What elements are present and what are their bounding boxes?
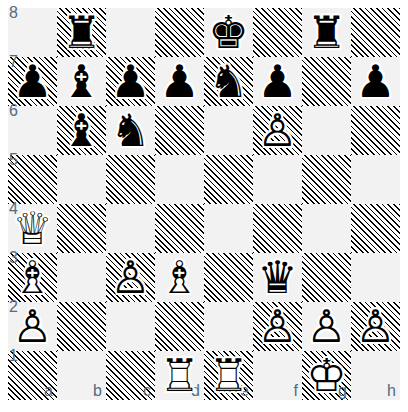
piece-black-bishop-b7: ♝♝: [57, 57, 106, 106]
piece-black-knight-c6: ♞♞: [106, 106, 155, 155]
square-g5[interactable]: [302, 155, 351, 204]
piece-white-bishop-a3: ♝♗: [8, 253, 57, 302]
square-g1[interactable]: ♚♔: [302, 351, 351, 400]
square-e1[interactable]: ♜♖: [204, 351, 253, 400]
piece-white-pawn-a2: ♙♙: [8, 302, 57, 351]
piece-glyph: ♜: [302, 8, 351, 57]
piece-black-pawn-h7: ♟♟: [351, 57, 400, 106]
square-c8[interactable]: [106, 8, 155, 57]
piece-black-rook-g8: ♜♜: [302, 8, 351, 57]
piece-halo: ♜: [155, 351, 204, 400]
square-g4[interactable]: [302, 204, 351, 253]
square-f4[interactable]: [253, 204, 302, 253]
square-g7[interactable]: [302, 57, 351, 106]
square-e5[interactable]: [204, 155, 253, 204]
piece-black-bishop-b6: ♝♝: [57, 106, 106, 155]
square-a3[interactable]: ♝♗: [8, 253, 57, 302]
piece-white-pawn-f2: ♙♙: [253, 302, 302, 351]
piece-glyph: ♙: [351, 302, 400, 351]
square-a2[interactable]: ♙♙: [8, 302, 57, 351]
square-b3[interactable]: [57, 253, 106, 302]
piece-halo: ♜: [302, 8, 351, 57]
square-g6[interactable]: [302, 106, 351, 155]
piece-glyph: ♟: [253, 57, 302, 106]
square-d7[interactable]: ♟♟: [155, 57, 204, 106]
square-f2[interactable]: ♙♙: [253, 302, 302, 351]
piece-halo: ♚: [302, 351, 351, 400]
square-d5[interactable]: [155, 155, 204, 204]
rank-label-8: 8: [9, 5, 18, 21]
square-e4[interactable]: [204, 204, 253, 253]
piece-white-king-g1: ♚♔: [302, 351, 351, 400]
piece-halo: ♛: [8, 204, 57, 253]
square-d4[interactable]: [155, 204, 204, 253]
piece-glyph: ♙: [253, 302, 302, 351]
piece-halo: ♞: [106, 106, 155, 155]
piece-halo: ♟: [8, 57, 57, 106]
square-e6[interactable]: [204, 106, 253, 155]
piece-halo: ♙: [302, 302, 351, 351]
square-c3[interactable]: ♙♙: [106, 253, 155, 302]
square-b6[interactable]: ♝♝: [57, 106, 106, 155]
piece-white-pawn-c3: ♙♙: [106, 253, 155, 302]
square-c4[interactable]: [106, 204, 155, 253]
piece-halo: ♟: [106, 57, 155, 106]
piece-halo: ♙: [106, 253, 155, 302]
square-h6[interactable]: [351, 106, 400, 155]
piece-glyph: ♖: [155, 351, 204, 400]
square-g8[interactable]: ♜♜: [302, 8, 351, 57]
piece-halo: ♛: [253, 253, 302, 302]
piece-halo: ♞: [204, 57, 253, 106]
square-b8[interactable]: ♜♜: [57, 8, 106, 57]
square-b2[interactable]: [57, 302, 106, 351]
square-d2[interactable]: [155, 302, 204, 351]
file-label-h: h: [351, 383, 396, 399]
square-d8[interactable]: [155, 8, 204, 57]
piece-glyph: ♕: [8, 204, 57, 253]
piece-white-rook-d1: ♜♖: [155, 351, 204, 400]
square-b5[interactable]: [57, 155, 106, 204]
piece-black-pawn-c7: ♟♟: [106, 57, 155, 106]
piece-white-rook-e1: ♜♖: [204, 351, 253, 400]
square-h3[interactable]: [351, 253, 400, 302]
piece-halo: ♜: [57, 8, 106, 57]
piece-black-rook-b8: ♜♜: [57, 8, 106, 57]
chess-board: ♜♜♚♚♜♜♟♟♝♝♟♟♟♟♞♞♟♟♟♟♝♝♞♞♙♙♛♕♝♗♙♙♝♗♛♛♙♙♙♙…: [8, 8, 400, 400]
piece-glyph: ♞: [204, 57, 253, 106]
square-h7[interactable]: ♟♟: [351, 57, 400, 106]
piece-halo: ♟: [253, 57, 302, 106]
square-e7[interactable]: ♞♞: [204, 57, 253, 106]
square-h5[interactable]: [351, 155, 400, 204]
piece-glyph: ♟: [106, 57, 155, 106]
rank-label-5: 5: [9, 152, 18, 168]
file-label-a: a: [8, 383, 53, 399]
square-f7[interactable]: ♟♟: [253, 57, 302, 106]
piece-halo: ♟: [351, 57, 400, 106]
piece-glyph: ♔: [302, 351, 351, 400]
square-f6[interactable]: ♙♙: [253, 106, 302, 155]
piece-white-pawn-g2: ♙♙: [302, 302, 351, 351]
square-f5[interactable]: [253, 155, 302, 204]
piece-glyph: ♖: [204, 351, 253, 400]
piece-black-king-e8: ♚♚: [204, 8, 253, 57]
square-c7[interactable]: ♟♟: [106, 57, 155, 106]
square-d3[interactable]: ♝♗: [155, 253, 204, 302]
file-label-c: c: [106, 383, 151, 399]
piece-white-bishop-d3: ♝♗: [155, 253, 204, 302]
square-e3[interactable]: [204, 253, 253, 302]
square-f3[interactable]: ♛♛: [253, 253, 302, 302]
piece-glyph: ♚: [204, 8, 253, 57]
square-f8[interactable]: [253, 8, 302, 57]
square-e2[interactable]: [204, 302, 253, 351]
piece-halo: ♙: [253, 302, 302, 351]
piece-halo: ♝: [57, 106, 106, 155]
piece-white-pawn-f6: ♙♙: [253, 106, 302, 155]
piece-glyph: ♟: [351, 57, 400, 106]
square-b4[interactable]: [57, 204, 106, 253]
piece-halo: ♙: [351, 302, 400, 351]
piece-glyph: ♙: [253, 106, 302, 155]
piece-black-knight-e7: ♞♞: [204, 57, 253, 106]
piece-halo: ♙: [253, 106, 302, 155]
piece-glyph: ♙: [106, 253, 155, 302]
piece-glyph: ♙: [302, 302, 351, 351]
piece-glyph: ♟: [8, 57, 57, 106]
piece-halo: ♙: [8, 302, 57, 351]
square-a4[interactable]: ♛♕: [8, 204, 57, 253]
piece-black-queen-f3: ♛♛: [253, 253, 302, 302]
piece-halo: ♝: [155, 253, 204, 302]
piece-halo: ♜: [204, 351, 253, 400]
square-h4[interactable]: [351, 204, 400, 253]
piece-black-pawn-f7: ♟♟: [253, 57, 302, 106]
piece-halo: ♝: [8, 253, 57, 302]
square-a7[interactable]: ♟♟: [8, 57, 57, 106]
piece-halo: ♟: [155, 57, 204, 106]
square-c2[interactable]: [106, 302, 155, 351]
file-label-f: f: [253, 383, 298, 399]
piece-glyph: ♗: [8, 253, 57, 302]
piece-glyph: ♜: [57, 8, 106, 57]
chess-diagram: ♜♜♚♚♜♜♟♟♝♝♟♟♟♟♞♞♟♟♟♟♝♝♞♞♙♙♛♕♝♗♙♙♝♗♛♛♙♙♙♙…: [0, 0, 408, 412]
square-c5[interactable]: [106, 155, 155, 204]
piece-glyph: ♙: [8, 302, 57, 351]
square-d6[interactable]: [155, 106, 204, 155]
square-c6[interactable]: ♞♞: [106, 106, 155, 155]
piece-glyph: ♗: [155, 253, 204, 302]
piece-glyph: ♟: [155, 57, 204, 106]
square-g2[interactable]: ♙♙: [302, 302, 351, 351]
piece-white-queen-a4: ♛♕: [8, 204, 57, 253]
square-b7[interactable]: ♝♝: [57, 57, 106, 106]
piece-glyph: ♝: [57, 57, 106, 106]
piece-halo: ♚: [204, 8, 253, 57]
square-h8[interactable]: [351, 8, 400, 57]
piece-black-pawn-d7: ♟♟: [155, 57, 204, 106]
square-h2[interactable]: ♙♙: [351, 302, 400, 351]
piece-glyph: ♝: [57, 106, 106, 155]
file-label-b: b: [57, 383, 102, 399]
piece-glyph: ♞: [106, 106, 155, 155]
square-d1[interactable]: ♜♖: [155, 351, 204, 400]
square-e8[interactable]: ♚♚: [204, 8, 253, 57]
piece-halo: ♝: [57, 57, 106, 106]
piece-glyph: ♛: [253, 253, 302, 302]
square-g3[interactable]: [302, 253, 351, 302]
piece-black-pawn-a7: ♟♟: [8, 57, 57, 106]
piece-white-pawn-h2: ♙♙: [351, 302, 400, 351]
